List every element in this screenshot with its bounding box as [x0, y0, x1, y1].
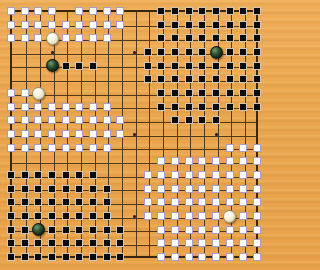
white-territory-marker[interactable]	[239, 185, 247, 193]
white-territory-marker[interactable]	[21, 116, 29, 124]
black-territory-marker[interactable]	[103, 253, 111, 261]
white-territory-marker[interactable]	[212, 185, 220, 193]
black-territory-marker[interactable]	[253, 75, 261, 83]
white-territory-marker[interactable]	[75, 21, 83, 29]
black-territory-marker[interactable]	[144, 62, 152, 70]
white-territory-marker[interactable]	[212, 212, 220, 220]
black-territory-marker[interactable]	[239, 21, 247, 29]
black-territory-marker[interactable]	[198, 34, 206, 42]
white-territory-marker[interactable]	[198, 226, 206, 234]
star-point-dot	[215, 133, 218, 136]
black-territory-marker[interactable]	[253, 89, 261, 97]
black-territory-marker[interactable]	[239, 103, 247, 111]
white-territory-marker[interactable]	[198, 253, 206, 261]
vertical-grid-line	[136, 12, 137, 256]
white-territory-marker[interactable]	[75, 144, 83, 152]
black-territory-marker[interactable]	[185, 75, 193, 83]
black-territory-marker[interactable]	[7, 185, 15, 193]
black-territory-marker[interactable]	[226, 48, 234, 56]
star-point-dot	[133, 133, 136, 136]
white-territory-marker[interactable]	[239, 253, 247, 261]
black-stone[interactable]	[210, 46, 223, 59]
white-territory-marker[interactable]	[239, 171, 247, 179]
white-territory-marker[interactable]	[7, 103, 15, 111]
black-territory-marker[interactable]	[75, 253, 83, 261]
black-territory-marker[interactable]	[103, 226, 111, 234]
black-territory-marker[interactable]	[48, 239, 56, 247]
white-territory-marker[interactable]	[7, 34, 15, 42]
white-territory-marker[interactable]	[89, 103, 97, 111]
black-territory-marker[interactable]	[62, 226, 70, 234]
black-territory-marker[interactable]	[212, 89, 220, 97]
black-territory-marker[interactable]	[185, 21, 193, 29]
white-territory-marker[interactable]	[171, 185, 179, 193]
white-territory-marker[interactable]	[253, 226, 261, 234]
white-territory-marker[interactable]	[21, 130, 29, 138]
black-territory-marker[interactable]	[198, 89, 206, 97]
black-territory-marker[interactable]	[75, 226, 83, 234]
white-territory-marker[interactable]	[171, 212, 179, 220]
black-territory-marker[interactable]	[198, 48, 206, 56]
black-territory-marker[interactable]	[212, 62, 220, 70]
white-territory-marker[interactable]	[212, 253, 220, 261]
white-territory-marker[interactable]	[171, 239, 179, 247]
black-territory-marker[interactable]	[75, 198, 83, 206]
white-territory-marker[interactable]	[116, 21, 124, 29]
white-territory-marker[interactable]	[157, 226, 165, 234]
white-territory-marker[interactable]	[144, 185, 152, 193]
white-territory-marker[interactable]	[62, 34, 70, 42]
white-territory-marker[interactable]	[226, 198, 234, 206]
white-territory-marker[interactable]	[62, 116, 70, 124]
black-territory-marker[interactable]	[253, 21, 261, 29]
white-territory-marker[interactable]	[89, 7, 97, 15]
white-territory-marker[interactable]	[226, 144, 234, 152]
black-territory-marker[interactable]	[198, 62, 206, 70]
white-territory-marker[interactable]	[185, 253, 193, 261]
white-territory-marker[interactable]	[239, 239, 247, 247]
black-territory-marker[interactable]	[226, 21, 234, 29]
black-territory-marker[interactable]	[89, 185, 97, 193]
white-territory-marker[interactable]	[89, 144, 97, 152]
black-territory-marker[interactable]	[62, 171, 70, 179]
white-territory-marker[interactable]	[226, 157, 234, 165]
black-territory-marker[interactable]	[62, 185, 70, 193]
white-territory-marker[interactable]	[89, 130, 97, 138]
white-territory-marker[interactable]	[253, 185, 261, 193]
black-territory-marker[interactable]	[89, 171, 97, 179]
white-territory-marker[interactable]	[7, 116, 15, 124]
black-territory-marker[interactable]	[21, 171, 29, 179]
white-territory-marker[interactable]	[34, 116, 42, 124]
white-territory-marker[interactable]	[21, 103, 29, 111]
black-territory-marker[interactable]	[226, 75, 234, 83]
white-territory-marker[interactable]	[171, 253, 179, 261]
white-territory-marker[interactable]	[75, 34, 83, 42]
white-territory-marker[interactable]	[116, 116, 124, 124]
white-territory-marker[interactable]	[239, 198, 247, 206]
white-territory-marker[interactable]	[212, 239, 220, 247]
black-territory-marker[interactable]	[198, 103, 206, 111]
black-territory-marker[interactable]	[62, 239, 70, 247]
white-territory-marker[interactable]	[171, 157, 179, 165]
black-territory-marker[interactable]	[226, 7, 234, 15]
black-territory-marker[interactable]	[7, 239, 15, 247]
black-territory-marker[interactable]	[34, 171, 42, 179]
black-territory-marker[interactable]	[239, 7, 247, 15]
black-territory-marker[interactable]	[21, 212, 29, 220]
black-territory-marker[interactable]	[212, 75, 220, 83]
black-territory-marker[interactable]	[171, 75, 179, 83]
white-territory-marker[interactable]	[116, 7, 124, 15]
white-territory-marker[interactable]	[253, 157, 261, 165]
black-territory-marker[interactable]	[34, 212, 42, 220]
white-territory-marker[interactable]	[34, 144, 42, 152]
black-territory-marker[interactable]	[171, 89, 179, 97]
white-territory-marker[interactable]	[48, 103, 56, 111]
black-territory-marker[interactable]	[21, 239, 29, 247]
white-territory-marker[interactable]	[185, 226, 193, 234]
black-territory-marker[interactable]	[185, 34, 193, 42]
black-territory-marker[interactable]	[103, 185, 111, 193]
white-territory-marker[interactable]	[34, 7, 42, 15]
white-territory-marker[interactable]	[21, 34, 29, 42]
white-territory-marker[interactable]	[48, 7, 56, 15]
white-territory-marker[interactable]	[7, 21, 15, 29]
white-stone[interactable]	[32, 87, 45, 100]
white-territory-marker[interactable]	[21, 144, 29, 152]
white-territory-marker[interactable]	[103, 34, 111, 42]
white-territory-marker[interactable]	[198, 157, 206, 165]
white-territory-marker[interactable]	[48, 144, 56, 152]
black-territory-marker[interactable]	[171, 34, 179, 42]
white-territory-marker[interactable]	[62, 103, 70, 111]
white-territory-marker[interactable]	[34, 103, 42, 111]
white-territory-marker[interactable]	[185, 171, 193, 179]
white-territory-marker[interactable]	[144, 212, 152, 220]
white-territory-marker[interactable]	[212, 171, 220, 179]
black-territory-marker[interactable]	[48, 198, 56, 206]
white-territory-marker[interactable]	[253, 171, 261, 179]
white-territory-marker[interactable]	[212, 198, 220, 206]
white-territory-marker[interactable]	[253, 253, 261, 261]
black-territory-marker[interactable]	[7, 226, 15, 234]
white-territory-marker[interactable]	[48, 116, 56, 124]
black-territory-marker[interactable]	[253, 34, 261, 42]
white-territory-marker[interactable]	[198, 198, 206, 206]
black-territory-marker[interactable]	[212, 116, 220, 124]
black-territory-marker[interactable]	[89, 253, 97, 261]
white-territory-marker[interactable]	[226, 253, 234, 261]
black-territory-marker[interactable]	[48, 212, 56, 220]
black-territory-marker[interactable]	[34, 253, 42, 261]
go-board[interactable]	[0, 0, 270, 270]
black-territory-marker[interactable]	[62, 62, 70, 70]
black-territory-marker[interactable]	[185, 103, 193, 111]
black-territory-marker[interactable]	[34, 198, 42, 206]
black-territory-marker[interactable]	[171, 7, 179, 15]
white-territory-marker[interactable]	[157, 171, 165, 179]
white-territory-marker[interactable]	[239, 144, 247, 152]
white-territory-marker[interactable]	[226, 185, 234, 193]
black-territory-marker[interactable]	[48, 253, 56, 261]
black-territory-marker[interactable]	[89, 226, 97, 234]
white-territory-marker[interactable]	[171, 198, 179, 206]
black-territory-marker[interactable]	[185, 89, 193, 97]
black-territory-marker[interactable]	[7, 253, 15, 261]
black-territory-marker[interactable]	[7, 198, 15, 206]
black-territory-marker[interactable]	[62, 253, 70, 261]
black-territory-marker[interactable]	[21, 253, 29, 261]
black-territory-marker[interactable]	[34, 185, 42, 193]
black-territory-marker[interactable]	[198, 75, 206, 83]
black-territory-marker[interactable]	[226, 103, 234, 111]
star-point-dot	[133, 215, 136, 218]
white-stone[interactable]	[223, 210, 236, 223]
black-territory-marker[interactable]	[226, 34, 234, 42]
white-territory-marker[interactable]	[103, 116, 111, 124]
black-territory-marker[interactable]	[212, 34, 220, 42]
black-stone[interactable]	[32, 223, 45, 236]
black-territory-marker[interactable]	[89, 198, 97, 206]
black-territory-marker[interactable]	[62, 198, 70, 206]
black-territory-marker[interactable]	[75, 239, 83, 247]
white-territory-marker[interactable]	[226, 226, 234, 234]
white-territory-marker[interactable]	[198, 212, 206, 220]
white-territory-marker[interactable]	[89, 34, 97, 42]
black-territory-marker[interactable]	[103, 198, 111, 206]
white-territory-marker[interactable]	[253, 198, 261, 206]
white-territory-marker[interactable]	[185, 157, 193, 165]
white-territory-marker[interactable]	[185, 212, 193, 220]
black-territory-marker[interactable]	[226, 89, 234, 97]
black-stone[interactable]	[46, 59, 59, 72]
white-territory-marker[interactable]	[103, 7, 111, 15]
white-territory-marker[interactable]	[157, 239, 165, 247]
white-territory-marker[interactable]	[62, 21, 70, 29]
black-territory-marker[interactable]	[212, 21, 220, 29]
black-territory-marker[interactable]	[157, 75, 165, 83]
white-territory-marker[interactable]	[34, 21, 42, 29]
white-territory-marker[interactable]	[75, 7, 83, 15]
white-territory-marker[interactable]	[75, 116, 83, 124]
black-territory-marker[interactable]	[48, 171, 56, 179]
black-territory-marker[interactable]	[34, 239, 42, 247]
black-territory-marker[interactable]	[185, 48, 193, 56]
black-territory-marker[interactable]	[157, 103, 165, 111]
white-territory-marker[interactable]	[103, 144, 111, 152]
white-territory-marker[interactable]	[212, 157, 220, 165]
white-territory-marker[interactable]	[253, 212, 261, 220]
white-territory-marker[interactable]	[157, 253, 165, 261]
black-territory-marker[interactable]	[62, 212, 70, 220]
black-territory-marker[interactable]	[171, 103, 179, 111]
white-territory-marker[interactable]	[103, 130, 111, 138]
white-territory-marker[interactable]	[116, 130, 124, 138]
white-territory-marker[interactable]	[103, 103, 111, 111]
black-territory-marker[interactable]	[116, 226, 124, 234]
black-territory-marker[interactable]	[253, 7, 261, 15]
black-territory-marker[interactable]	[89, 62, 97, 70]
black-territory-marker[interactable]	[212, 7, 220, 15]
black-territory-marker[interactable]	[75, 62, 83, 70]
black-territory-marker[interactable]	[212, 103, 220, 111]
black-territory-marker[interactable]	[253, 62, 261, 70]
black-territory-marker[interactable]	[185, 62, 193, 70]
black-territory-marker[interactable]	[89, 212, 97, 220]
black-territory-marker[interactable]	[157, 34, 165, 42]
white-territory-marker[interactable]	[7, 7, 15, 15]
white-territory-marker[interactable]	[157, 212, 165, 220]
black-territory-marker[interactable]	[157, 89, 165, 97]
white-territory-marker[interactable]	[226, 171, 234, 179]
white-territory-marker[interactable]	[157, 185, 165, 193]
white-territory-marker[interactable]	[198, 171, 206, 179]
white-territory-marker[interactable]	[75, 130, 83, 138]
black-territory-marker[interactable]	[89, 239, 97, 247]
black-territory-marker[interactable]	[226, 62, 234, 70]
black-territory-marker[interactable]	[75, 212, 83, 220]
black-territory-marker[interactable]	[48, 185, 56, 193]
black-territory-marker[interactable]	[157, 7, 165, 15]
black-territory-marker[interactable]	[157, 62, 165, 70]
black-territory-marker[interactable]	[185, 116, 193, 124]
white-territory-marker[interactable]	[34, 34, 42, 42]
black-territory-marker[interactable]	[253, 48, 261, 56]
white-territory-marker[interactable]	[185, 185, 193, 193]
black-territory-marker[interactable]	[239, 62, 247, 70]
white-territory-marker[interactable]	[144, 198, 152, 206]
black-territory-marker[interactable]	[75, 171, 83, 179]
white-territory-marker[interactable]	[157, 157, 165, 165]
white-territory-marker[interactable]	[253, 144, 261, 152]
black-territory-marker[interactable]	[253, 103, 261, 111]
black-territory-marker[interactable]	[239, 89, 247, 97]
black-territory-marker[interactable]	[103, 212, 111, 220]
white-territory-marker[interactable]	[34, 130, 42, 138]
white-stone[interactable]	[46, 32, 59, 45]
black-territory-marker[interactable]	[198, 21, 206, 29]
black-territory-marker[interactable]	[116, 253, 124, 261]
black-territory-marker[interactable]	[239, 34, 247, 42]
black-territory-marker[interactable]	[7, 212, 15, 220]
black-territory-marker[interactable]	[157, 48, 165, 56]
white-territory-marker[interactable]	[75, 103, 83, 111]
black-territory-marker[interactable]	[239, 75, 247, 83]
black-territory-marker[interactable]	[21, 198, 29, 206]
white-territory-marker[interactable]	[62, 144, 70, 152]
white-territory-marker[interactable]	[7, 130, 15, 138]
black-territory-marker[interactable]	[198, 7, 206, 15]
black-territory-marker[interactable]	[7, 171, 15, 179]
white-territory-marker[interactable]	[253, 239, 261, 247]
white-territory-marker[interactable]	[62, 130, 70, 138]
white-territory-marker[interactable]	[48, 21, 56, 29]
black-territory-marker[interactable]	[116, 239, 124, 247]
white-territory-marker[interactable]	[7, 144, 15, 152]
black-territory-marker[interactable]	[157, 21, 165, 29]
white-territory-marker[interactable]	[89, 21, 97, 29]
white-territory-marker[interactable]	[198, 185, 206, 193]
white-territory-marker[interactable]	[21, 7, 29, 15]
white-territory-marker[interactable]	[239, 157, 247, 165]
black-territory-marker[interactable]	[75, 185, 83, 193]
white-territory-marker[interactable]	[239, 212, 247, 220]
white-territory-marker[interactable]	[21, 89, 29, 97]
white-territory-marker[interactable]	[103, 21, 111, 29]
black-territory-marker[interactable]	[171, 62, 179, 70]
black-territory-marker[interactable]	[144, 48, 152, 56]
black-territory-marker[interactable]	[144, 75, 152, 83]
white-territory-marker[interactable]	[185, 239, 193, 247]
white-territory-marker[interactable]	[239, 226, 247, 234]
white-territory-marker[interactable]	[89, 116, 97, 124]
white-territory-marker[interactable]	[171, 226, 179, 234]
black-territory-marker[interactable]	[239, 48, 247, 56]
black-territory-marker[interactable]	[21, 226, 29, 234]
black-territory-marker[interactable]	[21, 185, 29, 193]
star-point-dot	[133, 51, 136, 54]
black-territory-marker[interactable]	[198, 116, 206, 124]
black-territory-marker[interactable]	[171, 48, 179, 56]
white-territory-marker[interactable]	[48, 130, 56, 138]
white-territory-marker[interactable]	[171, 171, 179, 179]
black-territory-marker[interactable]	[171, 21, 179, 29]
black-territory-marker[interactable]	[103, 239, 111, 247]
white-territory-marker[interactable]	[157, 198, 165, 206]
black-territory-marker[interactable]	[185, 7, 193, 15]
star-point-dot	[51, 51, 54, 54]
white-territory-marker[interactable]	[21, 21, 29, 29]
white-territory-marker[interactable]	[198, 239, 206, 247]
white-territory-marker[interactable]	[226, 239, 234, 247]
black-territory-marker[interactable]	[48, 226, 56, 234]
white-territory-marker[interactable]	[7, 89, 15, 97]
white-territory-marker[interactable]	[185, 198, 193, 206]
white-territory-marker[interactable]	[144, 171, 152, 179]
white-territory-marker[interactable]	[212, 226, 220, 234]
black-territory-marker[interactable]	[171, 116, 179, 124]
